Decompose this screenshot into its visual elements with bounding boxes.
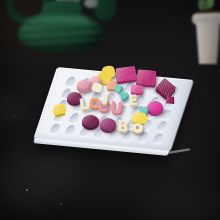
candy-cream-clover (91, 82, 103, 94)
candy-berry-round-bottom-1 (82, 115, 99, 128)
candy-pink-round-left (77, 80, 91, 91)
candy-cream-letter-E: E (127, 93, 138, 106)
letter-glyph: B (116, 119, 127, 135)
letter-glyph: U (109, 99, 123, 116)
candy-yellow-zigzag (101, 65, 116, 79)
candy-berry-diamond (155, 77, 176, 98)
letter-glyph: E (127, 93, 138, 108)
candy-magenta-tile-2 (136, 69, 156, 86)
candy-cream-letter-B: B (117, 119, 128, 133)
candy-pink-letter-U-2: U (109, 99, 123, 114)
photo-canvas: ♥♥LOUJUE♥B (0, 0, 220, 220)
candy-magenta-tile-1 (115, 66, 137, 82)
candy-berry-round-bottom-2 (100, 118, 116, 131)
candy-yellow-hex-left (51, 103, 68, 119)
candy-cream-flower (132, 123, 143, 133)
candy-layer: ♥♥LOUJUE♥B (0, 0, 220, 220)
candy-hot-pink-round (147, 101, 163, 114)
